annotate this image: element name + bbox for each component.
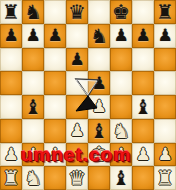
chess-app-screen: ♜♞♛♚♜♟♟♟♞♟♟♟♟♟♝♟♝♟♝♞♟♟♟♚♟♟♟♜♞♛♝♜ umnet.c… — [0, 0, 176, 190]
piece-white-rook[interactable]: ♜ — [0, 166, 22, 190]
square-a5[interactable] — [0, 71, 22, 95]
square-c6[interactable] — [44, 48, 66, 72]
piece-black-bishop[interactable]: ♝ — [132, 95, 154, 119]
piece-white-pawn[interactable]: ♟ — [154, 143, 176, 167]
square-h5[interactable] — [154, 71, 176, 95]
square-f7[interactable]: ♟ — [110, 24, 132, 48]
square-g5[interactable] — [132, 71, 154, 95]
square-a6[interactable] — [0, 48, 22, 72]
square-h7[interactable]: ♟ — [154, 24, 176, 48]
square-f3[interactable]: ♞ — [110, 119, 132, 143]
square-d5[interactable] — [66, 71, 88, 95]
square-e4[interactable]: ♟ — [88, 95, 110, 119]
piece-white-pawn[interactable]: ♟ — [132, 143, 154, 167]
square-c5[interactable] — [44, 71, 66, 95]
square-g3[interactable] — [132, 119, 154, 143]
piece-white-pawn[interactable]: ♟ — [88, 95, 110, 119]
square-d6[interactable]: ♟ — [66, 48, 88, 72]
square-h8[interactable]: ♜ — [154, 0, 176, 24]
square-a3[interactable] — [0, 119, 22, 143]
square-h2[interactable]: ♟ — [154, 143, 176, 167]
square-e3[interactable]: ♝ — [88, 119, 110, 143]
piece-black-pawn[interactable]: ♟ — [0, 24, 22, 48]
square-h4[interactable] — [154, 95, 176, 119]
square-e5[interactable]: ♟ — [88, 71, 110, 95]
piece-black-king[interactable]: ♚ — [110, 0, 132, 24]
square-g1[interactable] — [132, 166, 154, 190]
square-f8[interactable]: ♚ — [110, 0, 132, 24]
piece-white-pawn[interactable]: ♟ — [0, 143, 22, 167]
piece-black-pawn[interactable]: ♟ — [66, 48, 88, 72]
piece-white-rook[interactable]: ♜ — [154, 166, 176, 190]
piece-black-pawn[interactable]: ♟ — [44, 24, 66, 48]
square-e6[interactable] — [88, 48, 110, 72]
piece-black-rook[interactable]: ♜ — [0, 0, 22, 24]
square-g6[interactable] — [132, 48, 154, 72]
piece-black-knight[interactable]: ♞ — [22, 0, 44, 24]
square-b8[interactable]: ♞ — [22, 0, 44, 24]
piece-black-bishop[interactable]: ♝ — [110, 166, 132, 190]
piece-black-queen[interactable]: ♛ — [66, 0, 88, 24]
square-c8[interactable] — [44, 0, 66, 24]
square-f6[interactable] — [110, 48, 132, 72]
square-h3[interactable] — [154, 119, 176, 143]
piece-black-pawn[interactable]: ♟ — [154, 24, 176, 48]
square-d1[interactable]: ♛ — [66, 166, 88, 190]
square-g2[interactable]: ♟ — [132, 143, 154, 167]
square-a2[interactable]: ♟ — [0, 143, 22, 167]
watermark-text: umnet.com — [21, 144, 131, 166]
piece-black-pawn[interactable]: ♟ — [110, 24, 132, 48]
square-c7[interactable]: ♟ — [44, 24, 66, 48]
square-d8[interactable]: ♛ — [66, 0, 88, 24]
square-g4[interactable]: ♝ — [132, 95, 154, 119]
square-f4[interactable] — [110, 95, 132, 119]
square-f5[interactable] — [110, 71, 132, 95]
square-e8[interactable] — [88, 0, 110, 24]
piece-black-bishop[interactable]: ♝ — [88, 119, 110, 143]
piece-black-pawn[interactable]: ♟ — [22, 24, 44, 48]
square-c1[interactable] — [44, 166, 66, 190]
square-c3[interactable] — [44, 119, 66, 143]
square-f1[interactable]: ♝ — [110, 166, 132, 190]
square-c4[interactable] — [44, 95, 66, 119]
piece-black-bishop[interactable]: ♝ — [22, 95, 44, 119]
square-b1[interactable]: ♞ — [22, 166, 44, 190]
square-e7[interactable]: ♞ — [88, 24, 110, 48]
piece-black-knight[interactable]: ♞ — [88, 24, 110, 48]
piece-black-rook[interactable]: ♜ — [154, 0, 176, 24]
square-g7[interactable]: ♟ — [132, 24, 154, 48]
square-e1[interactable] — [88, 166, 110, 190]
square-d7[interactable] — [66, 24, 88, 48]
piece-white-queen[interactable]: ♛ — [66, 166, 88, 190]
piece-white-knight[interactable]: ♞ — [22, 166, 44, 190]
square-h1[interactable]: ♜ — [154, 166, 176, 190]
square-b4[interactable]: ♝ — [22, 95, 44, 119]
square-g8[interactable] — [132, 0, 154, 24]
square-a7[interactable]: ♟ — [0, 24, 22, 48]
piece-black-pawn[interactable]: ♟ — [88, 71, 110, 95]
piece-black-pawn[interactable]: ♟ — [132, 24, 154, 48]
square-d4[interactable] — [66, 95, 88, 119]
square-h6[interactable] — [154, 48, 176, 72]
square-d3[interactable]: ♟ — [66, 119, 88, 143]
piece-white-pawn[interactable]: ♟ — [66, 119, 88, 143]
square-b7[interactable]: ♟ — [22, 24, 44, 48]
square-a4[interactable] — [0, 95, 22, 119]
piece-white-knight[interactable]: ♞ — [110, 119, 132, 143]
square-b3[interactable] — [22, 119, 44, 143]
square-a1[interactable]: ♜ — [0, 166, 22, 190]
square-b5[interactable] — [22, 71, 44, 95]
square-b6[interactable] — [22, 48, 44, 72]
square-a8[interactable]: ♜ — [0, 0, 22, 24]
